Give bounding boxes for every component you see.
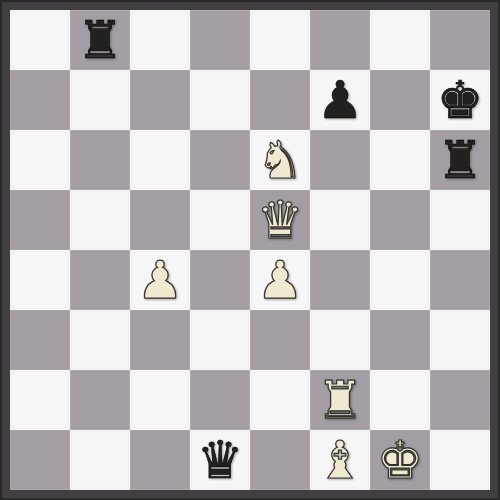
white-pawn-piece[interactable]: ♟ (137, 250, 184, 310)
square-a6[interactable] (10, 130, 70, 190)
white-bishop-piece[interactable]: ♝ (317, 430, 364, 490)
square-c2[interactable] (130, 370, 190, 430)
square-e2[interactable] (250, 370, 310, 430)
square-h4[interactable] (430, 250, 490, 310)
square-g8[interactable] (370, 10, 430, 70)
square-f4[interactable] (310, 250, 370, 310)
square-a1[interactable] (10, 430, 70, 490)
square-a8[interactable] (10, 10, 70, 70)
square-h6[interactable]: ♜ (430, 130, 490, 190)
square-a4[interactable] (10, 250, 70, 310)
square-d3[interactable] (190, 310, 250, 370)
black-rook-piece[interactable]: ♜ (437, 130, 484, 190)
square-g6[interactable] (370, 130, 430, 190)
square-h8[interactable] (430, 10, 490, 70)
square-f1[interactable]: ♝ (310, 430, 370, 490)
square-e4[interactable]: ♟ (250, 250, 310, 310)
square-c3[interactable] (130, 310, 190, 370)
square-d2[interactable] (190, 370, 250, 430)
square-b2[interactable] (70, 370, 130, 430)
square-h5[interactable] (430, 190, 490, 250)
square-b6[interactable] (70, 130, 130, 190)
square-a3[interactable] (10, 310, 70, 370)
square-h3[interactable] (430, 310, 490, 370)
square-f5[interactable] (310, 190, 370, 250)
square-b8[interactable]: ♜ (70, 10, 130, 70)
square-e3[interactable] (250, 310, 310, 370)
square-b5[interactable] (70, 190, 130, 250)
square-b1[interactable] (70, 430, 130, 490)
square-d1[interactable]: ♛ (190, 430, 250, 490)
square-e1[interactable] (250, 430, 310, 490)
black-pawn-piece[interactable]: ♟ (317, 70, 364, 130)
square-d5[interactable] (190, 190, 250, 250)
square-e6[interactable]: ♞ (250, 130, 310, 190)
square-c5[interactable] (130, 190, 190, 250)
white-queen-piece[interactable]: ♛ (257, 190, 304, 250)
square-d8[interactable] (190, 10, 250, 70)
square-c1[interactable] (130, 430, 190, 490)
square-h1[interactable] (430, 430, 490, 490)
square-f3[interactable] (310, 310, 370, 370)
black-rook-piece[interactable]: ♜ (77, 10, 124, 70)
square-b7[interactable] (70, 70, 130, 130)
black-king-piece[interactable]: ♚ (437, 70, 484, 130)
square-e8[interactable] (250, 10, 310, 70)
square-d4[interactable] (190, 250, 250, 310)
square-e7[interactable] (250, 70, 310, 130)
square-g1[interactable]: ♚ (370, 430, 430, 490)
square-h2[interactable] (430, 370, 490, 430)
square-f2[interactable]: ♜ (310, 370, 370, 430)
square-c6[interactable] (130, 130, 190, 190)
square-a5[interactable] (10, 190, 70, 250)
square-g7[interactable] (370, 70, 430, 130)
square-f7[interactable]: ♟ (310, 70, 370, 130)
square-g4[interactable] (370, 250, 430, 310)
square-c4[interactable]: ♟ (130, 250, 190, 310)
square-c7[interactable] (130, 70, 190, 130)
square-e5[interactable]: ♛ (250, 190, 310, 250)
square-a7[interactable] (10, 70, 70, 130)
white-king-piece[interactable]: ♚ (377, 430, 424, 490)
square-d6[interactable] (190, 130, 250, 190)
square-g3[interactable] (370, 310, 430, 370)
square-g5[interactable] (370, 190, 430, 250)
square-a2[interactable] (10, 370, 70, 430)
black-queen-piece[interactable]: ♛ (197, 430, 244, 490)
square-f8[interactable] (310, 10, 370, 70)
square-h7[interactable]: ♚ (430, 70, 490, 130)
chess-board: ♜♟♚♞♜♛♟♟♜♛♝♚ (10, 10, 490, 490)
square-b4[interactable] (70, 250, 130, 310)
white-knight-piece[interactable]: ♞ (257, 130, 304, 190)
square-f6[interactable] (310, 130, 370, 190)
white-rook-piece[interactable]: ♜ (317, 370, 364, 430)
square-g2[interactable] (370, 370, 430, 430)
white-pawn-piece[interactable]: ♟ (257, 250, 304, 310)
square-c8[interactable] (130, 10, 190, 70)
chess-board-frame: ♜♟♚♞♜♛♟♟♜♛♝♚ (0, 0, 500, 500)
square-b3[interactable] (70, 310, 130, 370)
square-d7[interactable] (190, 70, 250, 130)
